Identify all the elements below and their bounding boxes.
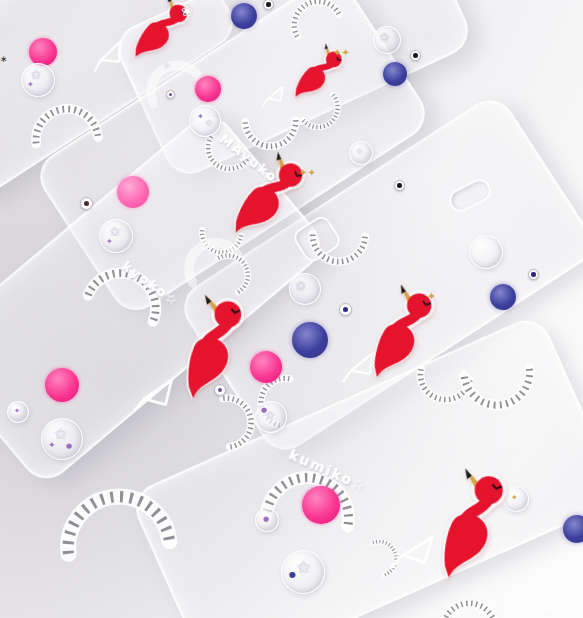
glitter-bubble: [469, 235, 503, 269]
photo-scene: ★✦ ✦✦ ✦ ❀ ★✦● ★● ★● ❀ ✦ ✦ ● ★✦ ❀ ✦✦ ✦✦ ✦…: [0, 0, 583, 618]
lace-arch: [25, 93, 105, 148]
googly-eye: [339, 303, 352, 316]
glitter-bubble: ●: [255, 508, 279, 532]
blue-pompom-dot: [292, 322, 328, 358]
glitter-bubble: ★✦: [99, 219, 133, 253]
lace-arch: [305, 230, 371, 273]
googly-eye: [166, 90, 175, 99]
blue-pompom-dot: [563, 515, 583, 543]
glitter-bubble: ✦: [7, 401, 29, 423]
glitter-bubble: ✦: [349, 141, 373, 165]
glitter-bubble: ❀: [373, 26, 401, 54]
googly-eye: [410, 50, 421, 61]
pink-pompom-dot: [45, 368, 79, 402]
pink-pompom-dot: [195, 76, 221, 102]
blue-pompom-dot: [231, 3, 257, 29]
blue-pompom-dot: [490, 284, 516, 310]
gold-sparkle-deco: ✦✦: [299, 168, 316, 178]
glitter-bubble: ★✦: [21, 63, 55, 97]
lace-arch: [457, 364, 542, 422]
pink-pompom-dot: [29, 38, 57, 66]
gold-sparkle-deco: ✦✦: [333, 48, 350, 58]
googly-eye: [394, 180, 405, 191]
flower-deco: ❀: [181, 4, 193, 18]
flamingo-charm: [163, 288, 270, 409]
pink-pompom-dot: [117, 176, 149, 208]
tiny-sparkle: ✧: [163, 62, 171, 71]
flamingo-charm: [417, 460, 535, 592]
pink-pompom-dot: [302, 486, 340, 524]
tiny-speck: ∗: [0, 55, 8, 64]
googly-eye: [80, 197, 93, 210]
glitter-bubble: ❀: [289, 273, 321, 305]
glitter-bubble: ✦✦: [189, 105, 221, 137]
googly-eye: [528, 269, 539, 280]
glitter-bubble: ★●: [281, 550, 325, 594]
blue-pompom-dot: [383, 62, 407, 86]
gold-sparkle-deco: ✦: [427, 291, 436, 302]
glitter-bubble: ★✦●: [41, 418, 83, 460]
lace-arch: [49, 470, 181, 562]
